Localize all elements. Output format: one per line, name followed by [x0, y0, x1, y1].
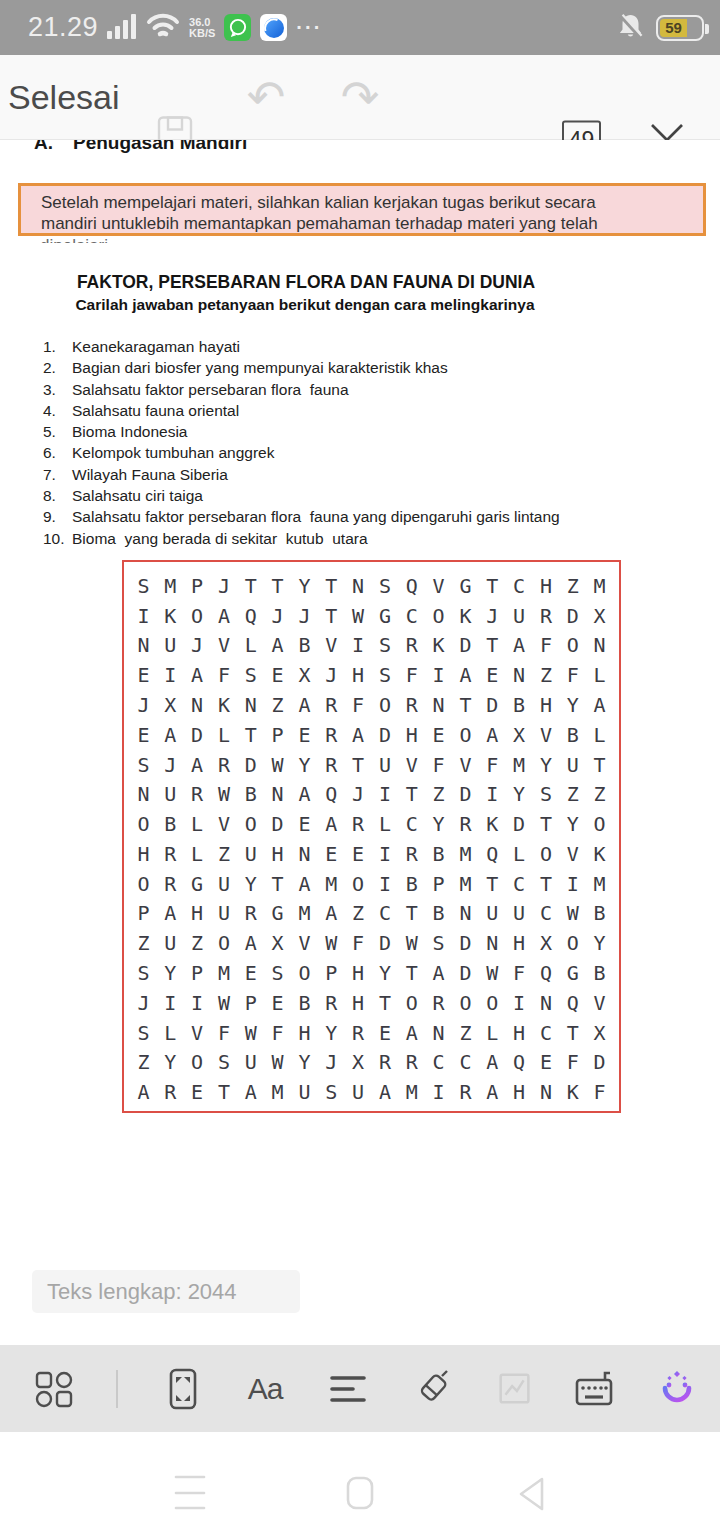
nav-back-icon[interactable]	[517, 1476, 545, 1516]
grid-cell: H	[184, 899, 211, 929]
grid-cell: A	[184, 750, 211, 780]
grid-cell: G	[452, 571, 479, 601]
grid-cell: C	[425, 1047, 452, 1077]
clue-number: 10.	[43, 528, 72, 549]
nav-home-icon[interactable]	[346, 1476, 374, 1514]
format-painter-button[interactable]	[410, 1366, 456, 1412]
grid-cell: V	[452, 750, 479, 780]
grid-cell: F	[506, 958, 533, 988]
clue-item: 9.Salahsatu faktor persebaran flora faun…	[43, 506, 560, 527]
grid-cell: W	[345, 601, 372, 631]
puzzle-subtitle: Carilah jawaban petanyaan berikut dengan…	[0, 296, 610, 314]
grid-cell: R	[452, 1077, 479, 1107]
grid-cell: F	[479, 750, 506, 780]
grid-cell: Z	[345, 899, 372, 929]
grid-cell: M	[452, 869, 479, 899]
clue-number: 9.	[43, 506, 72, 527]
grid-cell: K	[586, 839, 613, 869]
grid-cell: N	[425, 690, 452, 720]
grid-cell: N	[130, 779, 157, 809]
grid-cell: F	[533, 631, 560, 661]
grid-cell: Y	[586, 928, 613, 958]
grid-cell: D	[372, 720, 399, 750]
signal-strength-icon	[107, 12, 137, 43]
grid-cell: H	[291, 1018, 318, 1048]
grid-cell: R	[398, 690, 425, 720]
grid-cell: V	[559, 839, 586, 869]
clue-text: Bagian dari biosfer yang mempunyai karak…	[72, 357, 448, 378]
grid-cell: O	[291, 958, 318, 988]
grid-cell: A	[291, 779, 318, 809]
grid-cell: J	[291, 601, 318, 631]
grid-cell: R	[318, 750, 345, 780]
grid-cell: M	[318, 869, 345, 899]
grid-cell: I	[184, 988, 211, 1018]
word-search-grid: SMPJTTYTNSQVGTCHZMIKOAQJJTWGCOKJURDXNUJV…	[122, 560, 621, 1113]
grid-cell: J	[211, 571, 238, 601]
grid-cell: R	[398, 1047, 425, 1077]
grid-cell: Z	[559, 779, 586, 809]
grid-cell: O	[533, 839, 560, 869]
clue-text: Salahsatu faktor persebaran flora fauna	[72, 379, 349, 400]
grid-cell: K	[211, 690, 238, 720]
clue-text: Wilayah Fauna Siberia	[72, 464, 228, 485]
grid-cell: L	[586, 720, 613, 750]
grid-cell: D	[452, 779, 479, 809]
grid-cell: Y	[559, 809, 586, 839]
grid-cell: S	[318, 1077, 345, 1107]
grid-cell: N	[506, 660, 533, 690]
grid-cell: R	[157, 869, 184, 899]
grid-cell: Q	[506, 1047, 533, 1077]
grid-cell: M	[157, 571, 184, 601]
grid-cell: L	[586, 660, 613, 690]
grid-cell: N	[237, 690, 264, 720]
grid-cell: D	[452, 631, 479, 661]
grid-cell: X	[533, 928, 560, 958]
grid-cell: E	[184, 1077, 211, 1107]
grid-cell: R	[398, 631, 425, 661]
grid-cell: D	[452, 928, 479, 958]
grid-cell: O	[559, 631, 586, 661]
grid-cell: O	[130, 809, 157, 839]
grid-cell: X	[264, 928, 291, 958]
grid-cell: R	[157, 1077, 184, 1107]
grid-cell: T	[318, 571, 345, 601]
grid-cell: J	[130, 690, 157, 720]
grid-cell: M	[398, 1077, 425, 1107]
clock: 21.29	[28, 12, 98, 43]
grid-cell: Z	[130, 928, 157, 958]
clue-item: 10.Bioma yang berada di sekitar kutub ut…	[43, 528, 560, 549]
grid-cell: B	[425, 899, 452, 929]
grid-cell: A	[506, 631, 533, 661]
grid-cell: D	[479, 690, 506, 720]
grid-cell: L	[184, 839, 211, 869]
grid-cell: R	[425, 988, 452, 1018]
clue-number: 3.	[43, 379, 72, 400]
grid-cell: R	[157, 839, 184, 869]
grid-cell: R	[533, 601, 560, 631]
grid-cell: F	[398, 660, 425, 690]
grid-cell: P	[425, 869, 452, 899]
grid-cell: Q	[559, 988, 586, 1018]
grid-cell: S	[425, 928, 452, 958]
grid-cell: E	[372, 1018, 399, 1048]
grid-cell: Q	[237, 601, 264, 631]
grid-cell: T	[398, 779, 425, 809]
grid-cell: N	[130, 631, 157, 661]
grid-cell: T	[586, 750, 613, 780]
grid-cell: P	[318, 958, 345, 988]
grid-cell: H	[533, 690, 560, 720]
grid-cell: R	[318, 690, 345, 720]
grid-cell: I	[157, 988, 184, 1018]
grid-cell: T	[559, 1018, 586, 1048]
grid-cell: U	[345, 1077, 372, 1107]
grid-cell: Q	[533, 958, 560, 988]
grid-cell: N	[264, 779, 291, 809]
grid-cell: T	[479, 631, 506, 661]
grid-cell: R	[398, 839, 425, 869]
clue-item: 3.Salahsatu faktor persebaran flora faun…	[43, 379, 560, 400]
grid-cell: F	[559, 660, 586, 690]
paragraph-align-button[interactable]	[325, 1366, 371, 1412]
grid-cell: A	[237, 1077, 264, 1107]
word-count-badge: Teks lengkap: 2044	[32, 1270, 300, 1313]
grid-cell: O	[479, 988, 506, 1018]
grid-cell: E	[264, 988, 291, 1018]
grid-cell: Z	[533, 660, 560, 690]
clue-number: 1.	[43, 336, 72, 357]
grid-cell: W	[398, 928, 425, 958]
clue-item: 2.Bagian dari biosfer yang mempunyai kar…	[43, 357, 560, 378]
grid-cell: C	[506, 869, 533, 899]
grid-cell: O	[130, 869, 157, 899]
grid-cell: U	[211, 869, 238, 899]
grid-cell: U	[559, 750, 586, 780]
clue-item: 6.Kelompok tumbuhan anggrek	[43, 442, 560, 463]
grid-cell: S	[211, 1047, 238, 1077]
grid-cell: S	[372, 660, 399, 690]
grid-cell: J	[130, 988, 157, 1018]
grid-cell: B	[586, 899, 613, 929]
grid-cell: N	[533, 988, 560, 1018]
layout-templates-button[interactable]	[31, 1366, 77, 1412]
toolbar-divider	[116, 1370, 118, 1408]
grid-cell: A	[425, 958, 452, 988]
grid-cell: F	[345, 690, 372, 720]
grid-cell: O	[372, 690, 399, 720]
grid-cell: H	[398, 720, 425, 750]
grid-cell: S	[237, 660, 264, 690]
grid-cell: F	[264, 1018, 291, 1048]
nav-menu-icon[interactable]	[173, 1473, 207, 1515]
grid-cell: T	[318, 601, 345, 631]
grid-cell: D	[184, 720, 211, 750]
grid-cell: A	[264, 631, 291, 661]
grid-cell: J	[318, 1047, 345, 1077]
battery-level: 59	[660, 19, 687, 37]
grid-cell: A	[237, 928, 264, 958]
grid-cell: I	[425, 1077, 452, 1107]
format-toolbar: Aa	[0, 1345, 720, 1432]
grid-cell: O	[559, 928, 586, 958]
grid-cell: R	[345, 809, 372, 839]
grid-cell: S	[130, 750, 157, 780]
clue-number: 6.	[43, 442, 72, 463]
grid-cell: E	[130, 720, 157, 750]
font-button[interactable]: Aa	[242, 1366, 288, 1412]
grid-cell: M	[586, 571, 613, 601]
grid-cell: P	[264, 720, 291, 750]
grid-cell: V	[533, 720, 560, 750]
grid-cell: R	[318, 988, 345, 1018]
grid-cell: B	[237, 779, 264, 809]
grid-cell: Z	[184, 928, 211, 958]
grid-cell: R	[452, 809, 479, 839]
clue-number: 7.	[43, 464, 72, 485]
grid-cell: L	[184, 809, 211, 839]
grid-cell: W	[559, 899, 586, 929]
notice-clipped-line: dipelajari	[40, 236, 108, 243]
grid-cell: B	[506, 690, 533, 720]
grid-cell: B	[425, 839, 452, 869]
grid-cell: C	[506, 571, 533, 601]
grid-cell: Y	[559, 690, 586, 720]
grid-cell: C	[398, 601, 425, 631]
grid-cell: J	[345, 779, 372, 809]
grid-cell: P	[184, 958, 211, 988]
grid-cell: P	[130, 899, 157, 929]
grid-cell: X	[506, 720, 533, 750]
grid-cell: Y	[291, 571, 318, 601]
grid-cell: A	[479, 720, 506, 750]
keyboard-button[interactable]	[571, 1366, 617, 1412]
grid-cell: V	[586, 988, 613, 1018]
grid-cell: J	[184, 631, 211, 661]
notice-line: Setelah mempelajari materi, silahkan kal…	[41, 192, 703, 213]
grid-cell: A	[318, 809, 345, 839]
clue-item: 7.Wilayah Fauna Siberia	[43, 464, 560, 485]
fit-to-screen-button[interactable]	[160, 1366, 206, 1412]
grid-cell: Y	[372, 958, 399, 988]
clue-text: Kelompok tumbuhan anggrek	[72, 442, 275, 463]
grid-cell: C	[372, 899, 399, 929]
grid-cell: A	[452, 660, 479, 690]
clue-item: 5.Bioma Indonesia	[43, 421, 560, 442]
grid-cell: C	[533, 899, 560, 929]
grid-cell: E	[318, 839, 345, 869]
grid-cell: A	[291, 690, 318, 720]
ai-assistant-button[interactable]	[654, 1366, 700, 1412]
section-label: A.	[34, 140, 73, 154]
grid-cell: E	[345, 839, 372, 869]
grid-cell: B	[586, 958, 613, 988]
grid-cell: T	[372, 988, 399, 1018]
grid-cell: W	[479, 958, 506, 988]
grid-cell: L	[211, 720, 238, 750]
battery-nub	[705, 24, 709, 34]
grid-cell: A	[586, 690, 613, 720]
grid-cell: R	[184, 779, 211, 809]
grid-cell: V	[211, 809, 238, 839]
grid-cell: U	[237, 1047, 264, 1077]
notice-box: Setelah mempelajari materi, silahkan kal…	[18, 183, 706, 236]
grid-cell: P	[237, 988, 264, 1018]
grid-cell: T	[264, 571, 291, 601]
grid-cell: I	[479, 779, 506, 809]
grid-cell: G	[559, 958, 586, 988]
grid-cell: A	[318, 899, 345, 929]
grid-cell: I	[559, 869, 586, 899]
whatsapp-notification-icon	[224, 14, 251, 41]
android-nav-bar	[0, 1432, 720, 1520]
grid-cell: I	[372, 869, 399, 899]
grid-cell: N	[479, 928, 506, 958]
grid-cell: S	[533, 779, 560, 809]
grid-cell: O	[184, 601, 211, 631]
grid-cell: L	[479, 1018, 506, 1048]
grid-cell: Q	[479, 839, 506, 869]
grid-cell: D	[506, 809, 533, 839]
clue-number: 5.	[43, 421, 72, 442]
grid-cell: P	[184, 571, 211, 601]
grid-cell: U	[291, 1077, 318, 1107]
grid-cell: E	[291, 720, 318, 750]
grid-cell: E	[264, 660, 291, 690]
grid-cell: H	[345, 988, 372, 1018]
grid-cell: T	[211, 1077, 238, 1107]
grid-cell: Z	[264, 690, 291, 720]
grid-cell: T	[237, 571, 264, 601]
grid-cell: W	[264, 750, 291, 780]
undo-icon[interactable]: ↶	[247, 74, 286, 120]
grid-cell: U	[211, 899, 238, 929]
grid-cell: Y	[318, 1018, 345, 1048]
grid-cell: K	[425, 631, 452, 661]
wifi-icon	[146, 12, 180, 43]
grid-cell: N	[452, 899, 479, 929]
grid-cell: U	[157, 631, 184, 661]
grid-cell: O	[398, 988, 425, 1018]
grid-cell: U	[506, 601, 533, 631]
grid-cell: K	[559, 1077, 586, 1107]
grid-cell: E	[291, 809, 318, 839]
grid-cell: F	[559, 1047, 586, 1077]
grid-cell: R	[211, 750, 238, 780]
grid-cell: E	[237, 958, 264, 988]
grid-cell: K	[479, 809, 506, 839]
network-speed: 36.0 KB/S	[189, 17, 215, 39]
grid-cell: Y	[291, 750, 318, 780]
grid-cell: S	[130, 1018, 157, 1048]
grid-cell: Y	[157, 1047, 184, 1077]
grid-cell: O	[452, 720, 479, 750]
clue-text: Salahsatu fauna oriental	[72, 400, 239, 421]
grid-cell: D	[264, 809, 291, 839]
grid-cell: M	[291, 899, 318, 929]
grid-cell: Z	[130, 1047, 157, 1077]
grid-cell: T	[479, 869, 506, 899]
grid-cell: L	[157, 1018, 184, 1048]
grid-cell: O	[425, 601, 452, 631]
grid-cell: N	[425, 1018, 452, 1048]
grid-cell: N	[291, 839, 318, 869]
done-button[interactable]: Selesai	[8, 55, 120, 139]
clue-item: 4.Salahsatu fauna oriental	[43, 400, 560, 421]
grid-cell: K	[452, 601, 479, 631]
document-canvas[interactable]: A.Penugasan Mandiri Setelah mempelajari …	[0, 140, 720, 1345]
grid-cell: G	[372, 601, 399, 631]
grid-cell: S	[372, 571, 399, 601]
grid-cell: U	[372, 750, 399, 780]
grid-cell: J	[264, 601, 291, 631]
grid-cell: N	[345, 571, 372, 601]
redo-icon[interactable]: ↷	[341, 74, 380, 120]
grid-cell: A	[372, 1077, 399, 1107]
grid-cell: B	[157, 809, 184, 839]
clue-text: Bioma yang berada di sekitar kutub utara	[72, 528, 368, 549]
grid-cell: W	[318, 928, 345, 958]
grid-cell: X	[345, 1047, 372, 1077]
grid-cell: H	[264, 839, 291, 869]
grid-cell: E	[479, 660, 506, 690]
grid-cell: A	[479, 1077, 506, 1107]
grid-cell: T	[398, 899, 425, 929]
grid-cell: O	[237, 809, 264, 839]
grid-cell: Z	[559, 571, 586, 601]
puzzle-title: FAKTOR, PERSEBARAN FLORA DAN FAUNA DI DU…	[0, 272, 612, 293]
grid-cell: Y	[237, 869, 264, 899]
grid-cell: W	[211, 988, 238, 1018]
grid-cell: R	[237, 899, 264, 929]
grid-cell: Z	[425, 779, 452, 809]
grid-cell: R	[372, 1047, 399, 1077]
grid-cell: I	[372, 839, 399, 869]
grid-cell: D	[586, 1047, 613, 1077]
grid-cell: L	[506, 839, 533, 869]
grid-cell: N	[184, 690, 211, 720]
grid-cell: H	[345, 660, 372, 690]
grid-cell: H	[533, 571, 560, 601]
grid-cell: D	[559, 601, 586, 631]
chart-button-disabled[interactable]	[492, 1366, 538, 1412]
grid-cell: V	[211, 631, 238, 661]
grid-cell: R	[345, 1018, 372, 1048]
grid-cell: I	[130, 601, 157, 631]
grid-cell: T	[264, 869, 291, 899]
grid-cell: D	[237, 750, 264, 780]
grid-cell: X	[157, 690, 184, 720]
grid-cell: T	[345, 750, 372, 780]
grid-cell: A	[184, 660, 211, 690]
grid-cell: S	[130, 958, 157, 988]
grid-cell: I	[157, 660, 184, 690]
grid-cell: V	[398, 750, 425, 780]
grid-cell: F	[586, 1077, 613, 1107]
grid-cell: F	[425, 750, 452, 780]
grid-cell: Z	[211, 839, 238, 869]
grid-cell: T	[479, 571, 506, 601]
grid-cell: G	[264, 899, 291, 929]
clue-number: 4.	[43, 400, 72, 421]
grid-cell: A	[398, 1018, 425, 1048]
grid-cell: H	[345, 958, 372, 988]
grid-cell: I	[345, 631, 372, 661]
grid-cell: V	[184, 1018, 211, 1048]
grid-cell: A	[345, 720, 372, 750]
